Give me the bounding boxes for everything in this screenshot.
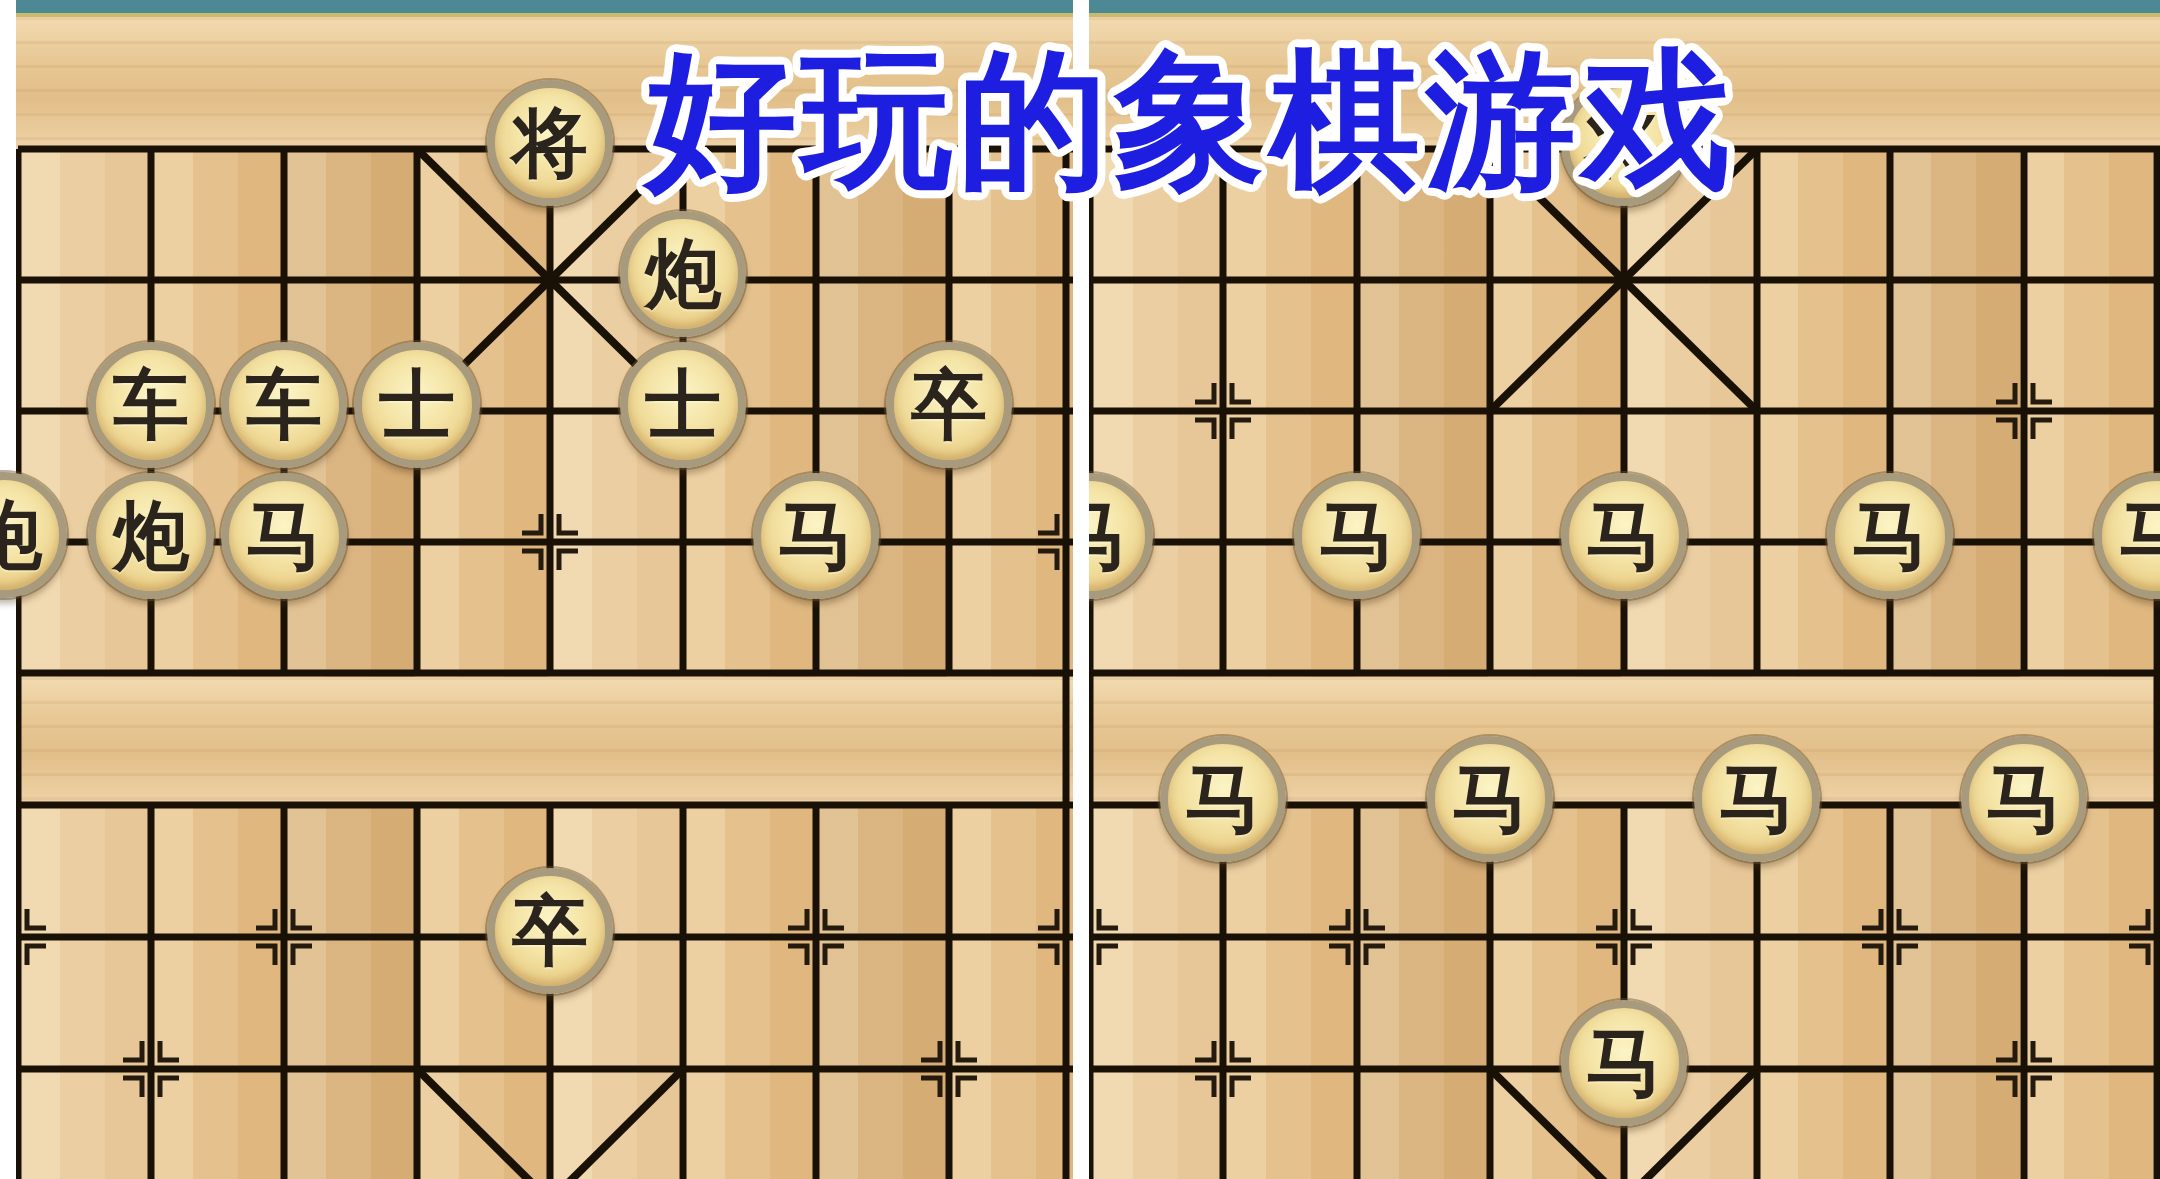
title-overlay: 好玩的象棋游戏 [0,0,2160,1179]
screenshot-stage: 好玩的象棋游戏 将炮车车士士卒炮马马卒炮将马马马马马马马马马马 [0,0,2160,1179]
app-title: 好玩的象棋游戏 [641,36,1738,204]
